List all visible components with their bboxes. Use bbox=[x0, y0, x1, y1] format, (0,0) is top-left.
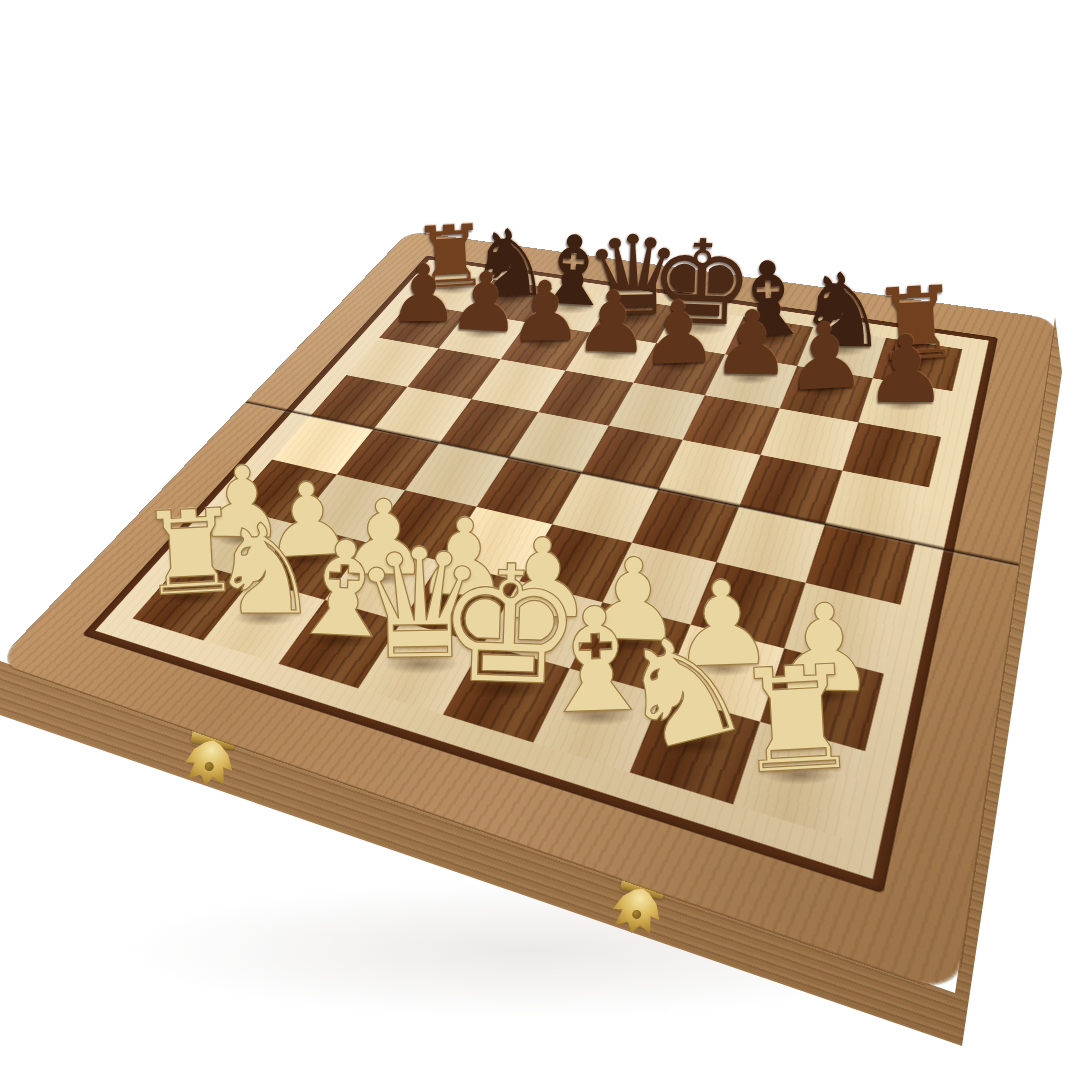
piece-c7-black-pawn[interactable]: ♟ bbox=[507, 271, 583, 355]
piece-h1-white-rook[interactable]: ♜ bbox=[729, 645, 865, 795]
chess-set-photo: ♜♞♝♛♚♝♞♜♟♟♟♟♟♟♟♟♟♟♟♟♟♟♟♟♜♞♝♛♚♝♞♜ bbox=[0, 0, 1080, 1080]
piece-h7-black-pawn[interactable]: ♟ bbox=[864, 323, 948, 416]
piece-f7-black-pawn[interactable]: ♟ bbox=[711, 300, 792, 390]
piece-g7-black-pawn[interactable]: ♟ bbox=[782, 309, 868, 404]
pieces-layer: ♜♞♝♛♚♝♞♜♟♟♟♟♟♟♟♟♟♟♟♟♟♟♟♟♜♞♝♛♚♝♞♜ bbox=[0, 0, 1080, 1080]
piece-e7-black-pawn[interactable]: ♟ bbox=[638, 289, 719, 378]
